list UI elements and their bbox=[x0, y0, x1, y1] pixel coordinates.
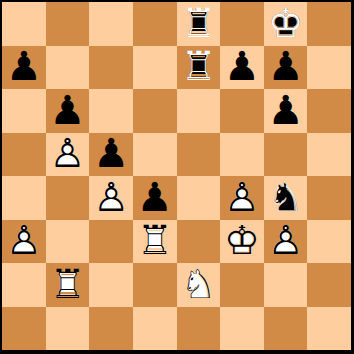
square-c2[interactable] bbox=[89, 263, 133, 307]
square-f8[interactable] bbox=[220, 2, 264, 46]
chess-board: ♜♖♚♔♟♙♜♖♟♙♟♙♟♙♟♙♟♙♟♙♟♙♟♙♟♙♞♘♟♙♜♖♚♔♟♙♜♖♞♘ bbox=[2, 2, 351, 350]
white-rook-detail-lines: ♖ bbox=[133, 220, 177, 263]
chess-board-frame: ♜♖♚♔♟♙♜♖♟♙♟♙♟♙♟♙♟♙♟♙♟♙♟♙♟♙♞♘♟♙♜♖♚♔♟♙♜♖♞♘ bbox=[0, 0, 354, 354]
white-pawn-piece[interactable]: ♟♙ bbox=[220, 176, 264, 220]
square-c3[interactable] bbox=[89, 220, 133, 264]
black-pawn-piece[interactable]: ♟♙ bbox=[264, 46, 308, 90]
white-pawn-detail-lines: ♙ bbox=[2, 220, 46, 263]
black-king-piece[interactable]: ♚♔ bbox=[264, 2, 308, 46]
black-rook-piece[interactable]: ♜♖ bbox=[177, 2, 221, 46]
square-e8[interactable]: ♜♖ bbox=[177, 2, 221, 46]
black-pawn-glyph: ♟ bbox=[89, 133, 133, 176]
white-pawn-detail-lines: ♙ bbox=[264, 220, 308, 263]
square-a2[interactable] bbox=[2, 263, 46, 307]
black-pawn-piece[interactable]: ♟♙ bbox=[264, 89, 308, 133]
square-b7[interactable] bbox=[46, 46, 90, 90]
white-pawn-detail-lines: ♙ bbox=[220, 176, 264, 219]
square-c6[interactable] bbox=[89, 89, 133, 133]
square-h1[interactable] bbox=[307, 307, 351, 351]
square-g2[interactable] bbox=[264, 263, 308, 307]
black-knight-detail-lines: ♘ bbox=[264, 176, 308, 219]
white-king-piece[interactable]: ♚♔ bbox=[220, 220, 264, 264]
square-a3[interactable]: ♟♙ bbox=[2, 220, 46, 264]
square-e5[interactable] bbox=[177, 133, 221, 177]
square-g4[interactable]: ♞♘ bbox=[264, 176, 308, 220]
white-rook-piece[interactable]: ♜♖ bbox=[46, 263, 90, 307]
black-pawn-piece[interactable]: ♟♙ bbox=[133, 176, 177, 220]
square-a7[interactable]: ♟♙ bbox=[2, 46, 46, 90]
black-rook-piece[interactable]: ♜♖ bbox=[177, 46, 221, 90]
square-c5[interactable]: ♟♙ bbox=[89, 133, 133, 177]
square-d8[interactable] bbox=[133, 2, 177, 46]
black-pawn-glyph: ♟ bbox=[46, 89, 90, 132]
square-f6[interactable] bbox=[220, 89, 264, 133]
black-pawn-glyph: ♟ bbox=[2, 46, 46, 89]
square-h5[interactable] bbox=[307, 133, 351, 177]
square-h6[interactable] bbox=[307, 89, 351, 133]
square-h3[interactable] bbox=[307, 220, 351, 264]
square-g1[interactable] bbox=[264, 307, 308, 351]
black-pawn-glyph: ♟ bbox=[133, 176, 177, 219]
square-g3[interactable]: ♟♙ bbox=[264, 220, 308, 264]
square-d4[interactable]: ♟♙ bbox=[133, 176, 177, 220]
square-a6[interactable] bbox=[2, 89, 46, 133]
square-b5[interactable]: ♟♙ bbox=[46, 133, 90, 177]
square-a8[interactable] bbox=[2, 2, 46, 46]
white-rook-detail-lines: ♖ bbox=[46, 263, 90, 306]
square-e2[interactable]: ♞♘ bbox=[177, 263, 221, 307]
square-b8[interactable] bbox=[46, 2, 90, 46]
black-pawn-glyph: ♟ bbox=[264, 46, 308, 89]
white-pawn-piece[interactable]: ♟♙ bbox=[2, 220, 46, 264]
square-a1[interactable] bbox=[2, 307, 46, 351]
square-f3[interactable]: ♚♔ bbox=[220, 220, 264, 264]
square-d2[interactable] bbox=[133, 263, 177, 307]
black-rook-detail-lines: ♖ bbox=[177, 46, 221, 89]
square-b3[interactable] bbox=[46, 220, 90, 264]
white-rook-piece[interactable]: ♜♖ bbox=[133, 220, 177, 264]
black-rook-detail-lines: ♖ bbox=[177, 2, 221, 45]
black-king-detail-lines: ♔ bbox=[264, 2, 308, 45]
square-g5[interactable] bbox=[264, 133, 308, 177]
square-e6[interactable] bbox=[177, 89, 221, 133]
white-pawn-piece[interactable]: ♟♙ bbox=[89, 176, 133, 220]
black-knight-piece[interactable]: ♞♘ bbox=[264, 176, 308, 220]
black-pawn-piece[interactable]: ♟♙ bbox=[46, 89, 90, 133]
black-pawn-glyph: ♟ bbox=[264, 89, 308, 132]
square-h4[interactable] bbox=[307, 176, 351, 220]
white-knight-piece[interactable]: ♞♘ bbox=[177, 263, 221, 307]
square-e1[interactable] bbox=[177, 307, 221, 351]
square-d7[interactable] bbox=[133, 46, 177, 90]
square-h8[interactable] bbox=[307, 2, 351, 46]
square-c7[interactable] bbox=[89, 46, 133, 90]
white-pawn-detail-lines: ♙ bbox=[46, 133, 90, 176]
square-f5[interactable] bbox=[220, 133, 264, 177]
square-d6[interactable] bbox=[133, 89, 177, 133]
square-e3[interactable] bbox=[177, 220, 221, 264]
square-f1[interactable] bbox=[220, 307, 264, 351]
square-h2[interactable] bbox=[307, 263, 351, 307]
square-a4[interactable] bbox=[2, 176, 46, 220]
white-pawn-piece[interactable]: ♟♙ bbox=[264, 220, 308, 264]
square-d5[interactable] bbox=[133, 133, 177, 177]
square-c8[interactable] bbox=[89, 2, 133, 46]
white-knight-detail-lines: ♘ bbox=[177, 263, 221, 306]
square-b4[interactable] bbox=[46, 176, 90, 220]
square-g6[interactable]: ♟♙ bbox=[264, 89, 308, 133]
square-b1[interactable] bbox=[46, 307, 90, 351]
square-g7[interactable]: ♟♙ bbox=[264, 46, 308, 90]
square-e4[interactable] bbox=[177, 176, 221, 220]
square-g8[interactable]: ♚♔ bbox=[264, 2, 308, 46]
white-pawn-piece[interactable]: ♟♙ bbox=[46, 133, 90, 177]
white-king-detail-lines: ♔ bbox=[220, 220, 264, 263]
square-f2[interactable] bbox=[220, 263, 264, 307]
square-a5[interactable] bbox=[2, 133, 46, 177]
square-e7[interactable]: ♜♖ bbox=[177, 46, 221, 90]
square-d3[interactable]: ♜♖ bbox=[133, 220, 177, 264]
square-f4[interactable]: ♟♙ bbox=[220, 176, 264, 220]
white-pawn-detail-lines: ♙ bbox=[89, 176, 133, 219]
black-pawn-piece[interactable]: ♟♙ bbox=[220, 46, 264, 90]
square-b6[interactable]: ♟♙ bbox=[46, 89, 90, 133]
square-b2[interactable]: ♜♖ bbox=[46, 263, 90, 307]
square-f7[interactable]: ♟♙ bbox=[220, 46, 264, 90]
black-pawn-piece[interactable]: ♟♙ bbox=[2, 46, 46, 90]
square-d1[interactable] bbox=[133, 307, 177, 351]
square-c4[interactable]: ♟♙ bbox=[89, 176, 133, 220]
black-pawn-glyph: ♟ bbox=[220, 46, 264, 89]
square-c1[interactable] bbox=[89, 307, 133, 351]
black-pawn-piece[interactable]: ♟♙ bbox=[89, 133, 133, 177]
square-h7[interactable] bbox=[307, 46, 351, 90]
